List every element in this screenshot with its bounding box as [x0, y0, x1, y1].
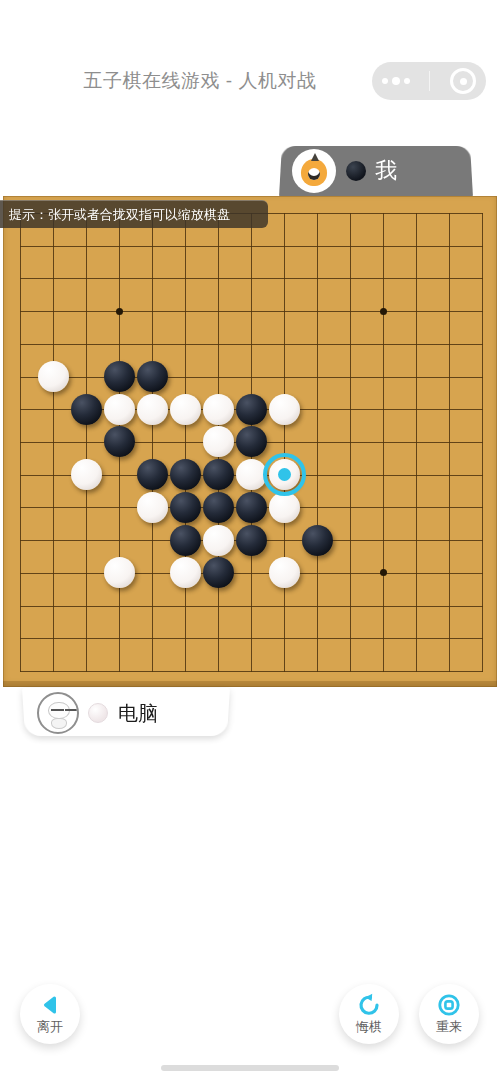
- white-stone-icon: [88, 703, 108, 723]
- black-stone: [203, 492, 234, 523]
- leave-label: 离开: [37, 1018, 63, 1036]
- player-badge-computer: 电脑: [22, 688, 230, 738]
- black-stone: [302, 525, 333, 556]
- undo-label: 悔棋: [356, 1018, 382, 1036]
- black-stone: [137, 361, 168, 392]
- restart-label: 重来: [436, 1018, 462, 1036]
- last-move-dot: [278, 468, 291, 481]
- black-stone: [170, 525, 201, 556]
- white-stone: [269, 394, 300, 425]
- player-name-me: 我: [375, 156, 397, 186]
- black-stone: [170, 492, 201, 523]
- zoom-hint-bar: 提示：张开或者合拢双指可以缩放棋盘: [0, 200, 268, 228]
- player-badge-me: 我: [279, 144, 473, 197]
- robot-avatar-icon: [48, 702, 70, 719]
- miniprogram-capsule: [372, 62, 486, 100]
- black-stone: [137, 459, 168, 490]
- restart-icon: [436, 993, 462, 1017]
- undo-icon: [356, 993, 382, 1017]
- white-stone: [170, 557, 201, 588]
- monster-avatar-icon: [301, 159, 327, 186]
- white-stone: [203, 394, 234, 425]
- close-circle-icon[interactable]: [450, 68, 476, 94]
- white-stone: [137, 492, 168, 523]
- white-stone: [269, 557, 300, 588]
- white-stone: [104, 394, 135, 425]
- navbar: 五子棋在线游戏 - 人机对战: [0, 0, 500, 110]
- more-menu-icon[interactable]: [382, 77, 410, 85]
- white-stone: [203, 426, 234, 457]
- white-stone: [269, 492, 300, 523]
- home-indicator[interactable]: [161, 1065, 339, 1071]
- board-grid[interactable]: [20, 213, 483, 672]
- black-stone: [104, 361, 135, 392]
- black-stone: [170, 459, 201, 490]
- black-stone: [236, 426, 267, 457]
- gomoku-board[interactable]: [3, 196, 497, 687]
- leave-icon: [37, 993, 63, 1017]
- white-stone: [137, 394, 168, 425]
- black-stone: [104, 426, 135, 457]
- white-stone: [236, 459, 267, 490]
- star-point: [380, 569, 387, 576]
- star-point: [380, 308, 387, 315]
- player-name-computer: 电脑: [118, 700, 158, 727]
- avatar-me: [292, 149, 336, 193]
- leave-button[interactable]: 离开: [20, 984, 80, 1044]
- page-title: 五子棋在线游戏 - 人机对战: [0, 68, 400, 94]
- white-stone: [38, 361, 69, 392]
- black-stone: [203, 557, 234, 588]
- white-stone: [104, 557, 135, 588]
- white-stone: [170, 394, 201, 425]
- app-screen: 五子棋在线游戏 - 人机对战 我 提示：张开或者合拢双指可以缩放棋盘 电脑 离开: [0, 0, 500, 1083]
- black-stone: [236, 492, 267, 523]
- avatar-computer: [37, 692, 79, 734]
- black-stone: [71, 394, 102, 425]
- white-stone: [203, 525, 234, 556]
- capsule-divider: [429, 71, 430, 91]
- black-stone: [203, 459, 234, 490]
- white-stone: [71, 459, 102, 490]
- star-point: [116, 308, 123, 315]
- black-stone: [236, 525, 267, 556]
- black-stone-icon: [346, 161, 366, 181]
- restart-button[interactable]: 重来: [419, 984, 479, 1044]
- undo-button[interactable]: 悔棋: [339, 984, 399, 1044]
- black-stone: [236, 394, 267, 425]
